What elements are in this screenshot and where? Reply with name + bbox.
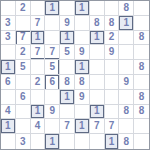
cell-r7c3[interactable] [31, 90, 46, 105]
cell-r2c8[interactable]: 8 [105, 16, 120, 31]
cell-r5c3[interactable] [31, 60, 46, 75]
cell-r1c7[interactable] [90, 1, 105, 16]
cell-r7c9[interactable] [119, 90, 134, 105]
cell-r6c2[interactable] [16, 75, 31, 90]
cell-r6c3[interactable]: 2 [31, 75, 46, 90]
cell-r7c8[interactable] [105, 90, 120, 105]
cell-r7c7[interactable] [90, 90, 105, 105]
cell-r3c3[interactable]: 1 [31, 31, 46, 46]
cell-r4c6[interactable]: 9 [75, 45, 90, 60]
cell-r8c5[interactable] [60, 105, 75, 120]
cell-r2c1[interactable]: 3 [1, 16, 16, 31]
cell-r7c5[interactable]: 1 [60, 90, 75, 105]
cell-r6c10[interactable] [134, 75, 149, 90]
cell-r2c9[interactable]: 1 [119, 16, 134, 31]
cell-r10c9[interactable]: 8 [119, 134, 134, 149]
cell-r8c2[interactable] [16, 105, 31, 120]
cell-r6c1[interactable]: 6 [1, 75, 16, 90]
cell-r2c3[interactable]: 7 [31, 16, 46, 31]
cell-r7c10[interactable]: 8 [134, 90, 149, 105]
cell-r4c3[interactable]: 7 [31, 45, 46, 60]
cell-r2c6[interactable] [75, 16, 90, 31]
cell-r10c10[interactable] [134, 134, 149, 149]
cell-r8c9[interactable]: 8 [119, 105, 134, 120]
cell-r2c4[interactable] [45, 16, 60, 31]
cell-r3c8[interactable]: 2 [105, 31, 120, 46]
cell-r8c7[interactable]: 1 [90, 105, 105, 120]
cell-r4c5[interactable]: 5 [60, 45, 75, 60]
cell-r9c2[interactable] [16, 119, 31, 134]
cell-r3c2[interactable]: 7 [16, 31, 31, 46]
cell-r1c8[interactable] [105, 1, 120, 16]
cell-r5c6[interactable]: 1 [75, 60, 90, 75]
cell-r9c10[interactable] [134, 119, 149, 134]
cell-r1c1[interactable] [1, 1, 16, 16]
cell-r5c10[interactable]: 8 [134, 60, 149, 75]
cell-r9c7[interactable]: 7 [90, 119, 105, 134]
cell-r9c8[interactable]: 7 [105, 119, 120, 134]
cell-r7c2[interactable]: 6 [16, 90, 31, 105]
cell-r1c9[interactable]: 8 [119, 1, 134, 16]
cell-r9c1[interactable]: 1 [1, 119, 16, 134]
cell-r2c10[interactable] [134, 16, 149, 31]
cell-r3c6[interactable] [75, 31, 90, 46]
cell-r2c2[interactable] [16, 16, 31, 31]
cell-r10c2[interactable]: 3 [16, 134, 31, 149]
cell-r5c9[interactable] [119, 60, 134, 75]
cell-r8c6[interactable] [75, 105, 90, 120]
cell-r4c9[interactable] [119, 45, 134, 60]
cell-r4c4[interactable]: 7 [45, 45, 60, 60]
cell-r10c4[interactable]: 1 [45, 134, 60, 149]
cell-r1c3[interactable] [31, 1, 46, 16]
cell-r5c4[interactable]: 5 [45, 60, 60, 75]
cell-r8c8[interactable] [105, 105, 120, 120]
cell-r3c10[interactable]: 8 [134, 31, 149, 46]
cell-r8c3[interactable]: 1 [31, 105, 46, 120]
cell-r2c5[interactable]: 9 [60, 16, 75, 31]
cell-r3c4[interactable] [45, 31, 60, 46]
cell-r10c8[interactable]: 1 [105, 134, 120, 149]
cell-r5c2[interactable]: 5 [16, 60, 31, 75]
cell-r6c6[interactable]: 8 [75, 75, 90, 90]
cell-r9c5[interactable]: 7 [60, 119, 75, 134]
cell-r4c2[interactable]: 2 [16, 45, 31, 60]
cell-r1c10[interactable] [134, 1, 149, 16]
cell-r3c1[interactable]: 3 [1, 31, 16, 46]
cell-r7c6[interactable]: 9 [75, 90, 90, 105]
cell-r1c2[interactable]: 2 [16, 1, 31, 16]
cell-r1c6[interactable]: 1 [75, 1, 90, 16]
cell-r10c5[interactable] [60, 134, 75, 149]
cell-r10c3[interactable] [31, 134, 46, 149]
cell-r9c6[interactable]: 1 [75, 119, 90, 134]
cell-r6c5[interactable]: 8 [60, 75, 75, 90]
cell-r7c4[interactable] [45, 90, 60, 105]
cell-r7c1[interactable] [1, 90, 16, 105]
cell-r9c9[interactable] [119, 119, 134, 134]
cell-r6c7[interactable] [90, 75, 105, 90]
cell-r5c5[interactable] [60, 60, 75, 75]
cell-r5c1[interactable]: 1 [1, 60, 16, 75]
cell-r8c1[interactable]: 4 [1, 105, 16, 120]
cell-r1c5[interactable] [60, 1, 75, 16]
cell-r4c8[interactable]: 9 [105, 45, 120, 60]
cell-r9c3[interactable]: 4 [31, 119, 46, 134]
cell-r4c1[interactable] [1, 45, 16, 60]
cell-r2c7[interactable]: 8 [90, 16, 105, 31]
cell-r8c4[interactable]: 9 [45, 105, 60, 120]
cell-r3c7[interactable]: 1 [90, 31, 105, 46]
puzzle-board: 2118379881371112827759915518626889619841… [0, 0, 150, 150]
cell-r6c4[interactable]: 6 [45, 75, 60, 90]
cell-r5c7[interactable] [90, 60, 105, 75]
cell-r1c4[interactable]: 1 [45, 1, 60, 16]
cell-r6c9[interactable]: 9 [119, 75, 134, 90]
cell-r3c9[interactable] [119, 31, 134, 46]
cell-r10c7[interactable] [90, 134, 105, 149]
cell-r6c8[interactable] [105, 75, 120, 90]
cell-r5c8[interactable] [105, 60, 120, 75]
cell-r4c10[interactable] [134, 45, 149, 60]
cell-r10c6[interactable] [75, 134, 90, 149]
cell-r3c5[interactable]: 1 [60, 31, 75, 46]
cell-r8c10[interactable]: 8 [134, 105, 149, 120]
cell-r9c4[interactable] [45, 119, 60, 134]
cell-r10c1[interactable] [1, 134, 16, 149]
cell-r4c7[interactable] [90, 45, 105, 60]
